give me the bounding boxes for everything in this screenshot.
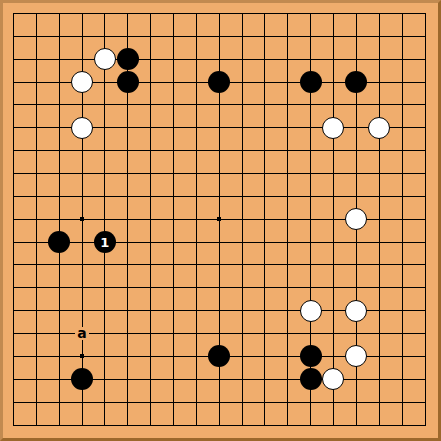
intersection-em[interactable]	[93, 276, 116, 299]
intersection-ep[interactable]	[93, 345, 116, 368]
intersection-lk[interactable]	[253, 231, 276, 254]
intersection-jm[interactable]	[208, 276, 231, 299]
intersection-jk[interactable]	[208, 231, 231, 254]
intersection-ee[interactable]	[93, 93, 116, 116]
intersection-nq[interactable]	[299, 368, 322, 391]
intersection-ne[interactable]	[299, 93, 322, 116]
intersection-sc[interactable]	[413, 48, 436, 71]
intersection-eg[interactable]	[93, 139, 116, 162]
intersection-ik[interactable]	[185, 231, 208, 254]
intersection-ha[interactable]	[162, 2, 185, 25]
intersection-qi[interactable]	[368, 185, 391, 208]
intersection-js[interactable]	[208, 413, 231, 436]
intersection-ab[interactable]	[2, 25, 25, 48]
intersection-fp[interactable]	[116, 345, 139, 368]
intersection-ii[interactable]	[185, 185, 208, 208]
intersection-bj[interactable]	[25, 208, 48, 231]
intersection-cn[interactable]	[48, 299, 71, 322]
intersection-mh[interactable]	[276, 162, 299, 185]
intersection-bi[interactable]	[25, 185, 48, 208]
intersection-nm[interactable]	[299, 276, 322, 299]
intersection-oa[interactable]	[322, 2, 345, 25]
intersection-gg[interactable]	[139, 139, 162, 162]
intersection-bk[interactable]	[25, 231, 48, 254]
intersection-qg[interactable]	[368, 139, 391, 162]
intersection-rs[interactable]	[391, 413, 414, 436]
intersection-al[interactable]	[2, 253, 25, 276]
intersection-ae[interactable]	[2, 93, 25, 116]
intersection-sp[interactable]	[413, 345, 436, 368]
intersection-sl[interactable]	[413, 253, 436, 276]
intersection-gb[interactable]	[139, 25, 162, 48]
intersection-qn[interactable]	[368, 299, 391, 322]
intersection-ig[interactable]	[185, 139, 208, 162]
intersection-kf[interactable]	[231, 116, 254, 139]
intersection-rf[interactable]	[391, 116, 414, 139]
intersection-da[interactable]	[71, 2, 94, 25]
intersection-cq[interactable]	[48, 368, 71, 391]
intersection-om[interactable]	[322, 276, 345, 299]
intersection-gn[interactable]	[139, 299, 162, 322]
intersection-kj[interactable]	[231, 208, 254, 231]
intersection-nd[interactable]	[299, 71, 322, 94]
intersection-sa[interactable]	[413, 2, 436, 25]
intersection-qa[interactable]	[368, 2, 391, 25]
intersection-eh[interactable]	[93, 162, 116, 185]
intersection-hh[interactable]	[162, 162, 185, 185]
intersection-kc[interactable]	[231, 48, 254, 71]
intersection-fn[interactable]	[116, 299, 139, 322]
intersection-gq[interactable]	[139, 368, 162, 391]
intersection-fl[interactable]	[116, 253, 139, 276]
intersection-be[interactable]	[25, 93, 48, 116]
intersection-hq[interactable]	[162, 368, 185, 391]
intersection-nr[interactable]	[299, 391, 322, 414]
intersection-db[interactable]	[71, 25, 94, 48]
intersection-mj[interactable]	[276, 208, 299, 231]
intersection-kl[interactable]	[231, 253, 254, 276]
intersection-nn[interactable]	[299, 299, 322, 322]
intersection-lh[interactable]	[253, 162, 276, 185]
intersection-er[interactable]	[93, 391, 116, 414]
intersection-ip[interactable]	[185, 345, 208, 368]
intersection-ai[interactable]	[2, 185, 25, 208]
intersection-ng[interactable]	[299, 139, 322, 162]
intersection-ar[interactable]	[2, 391, 25, 414]
intersection-cm[interactable]	[48, 276, 71, 299]
intersection-ec[interactable]	[93, 48, 116, 71]
intersection-ac[interactable]	[2, 48, 25, 71]
intersection-hf[interactable]	[162, 116, 185, 139]
intersection-dl[interactable]	[71, 253, 94, 276]
intersection-eq[interactable]	[93, 368, 116, 391]
intersection-ls[interactable]	[253, 413, 276, 436]
intersection-jj[interactable]	[208, 208, 231, 231]
intersection-cp[interactable]	[48, 345, 71, 368]
intersection-ia[interactable]	[185, 2, 208, 25]
intersection-ea[interactable]	[93, 2, 116, 25]
intersection-je[interactable]	[208, 93, 231, 116]
intersection-eo[interactable]	[93, 322, 116, 345]
intersection-qs[interactable]	[368, 413, 391, 436]
intersection-hg[interactable]	[162, 139, 185, 162]
intersection-lc[interactable]	[253, 48, 276, 71]
intersection-fr[interactable]	[116, 391, 139, 414]
intersection-aj[interactable]	[2, 208, 25, 231]
intersection-sk[interactable]	[413, 231, 436, 254]
intersection-id[interactable]	[185, 71, 208, 94]
intersection-np[interactable]	[299, 345, 322, 368]
intersection-fq[interactable]	[116, 368, 139, 391]
intersection-ie[interactable]	[185, 93, 208, 116]
intersection-cl[interactable]	[48, 253, 71, 276]
intersection-oo[interactable]	[322, 322, 345, 345]
intersection-qf[interactable]	[368, 116, 391, 139]
intersection-lg[interactable]	[253, 139, 276, 162]
intersection-ss[interactable]	[413, 413, 436, 436]
intersection-sj[interactable]	[413, 208, 436, 231]
intersection-ch[interactable]	[48, 162, 71, 185]
intersection-fi[interactable]	[116, 185, 139, 208]
intersection-jc[interactable]	[208, 48, 231, 71]
intersection-oi[interactable]	[322, 185, 345, 208]
intersection-qr[interactable]	[368, 391, 391, 414]
intersection-bd[interactable]	[25, 71, 48, 94]
intersection-bp[interactable]	[25, 345, 48, 368]
intersection-ih[interactable]	[185, 162, 208, 185]
intersection-ag[interactable]	[2, 139, 25, 162]
intersection-rc[interactable]	[391, 48, 414, 71]
intersection-jr[interactable]	[208, 391, 231, 414]
intersection-kp[interactable]	[231, 345, 254, 368]
intersection-mg[interactable]	[276, 139, 299, 162]
intersection-jf[interactable]	[208, 116, 231, 139]
intersection-ji[interactable]	[208, 185, 231, 208]
intersection-dp[interactable]	[71, 345, 94, 368]
intersection-il[interactable]	[185, 253, 208, 276]
intersection-ql[interactable]	[368, 253, 391, 276]
intersection-rp[interactable]	[391, 345, 414, 368]
intersection-bm[interactable]	[25, 276, 48, 299]
intersection-ff[interactable]	[116, 116, 139, 139]
intersection-en[interactable]	[93, 299, 116, 322]
intersection-qh[interactable]	[368, 162, 391, 185]
intersection-lq[interactable]	[253, 368, 276, 391]
intersection-jp[interactable]	[208, 345, 231, 368]
intersection-kk[interactable]	[231, 231, 254, 254]
intersection-li[interactable]	[253, 185, 276, 208]
intersection-kg[interactable]	[231, 139, 254, 162]
intersection-ko[interactable]	[231, 322, 254, 345]
intersection-hr[interactable]	[162, 391, 185, 414]
intersection-ao[interactable]	[2, 322, 25, 345]
intersection-rj[interactable]	[391, 208, 414, 231]
intersection-hc[interactable]	[162, 48, 185, 71]
intersection-ap[interactable]	[2, 345, 25, 368]
intersection-di[interactable]	[71, 185, 94, 208]
intersection-pg[interactable]	[345, 139, 368, 162]
intersection-bc[interactable]	[25, 48, 48, 71]
intersection-pp[interactable]	[345, 345, 368, 368]
intersection-gk[interactable]	[139, 231, 162, 254]
intersection-ef[interactable]	[93, 116, 116, 139]
intersection-nj[interactable]	[299, 208, 322, 231]
intersection-ca[interactable]	[48, 2, 71, 25]
intersection-ks[interactable]	[231, 413, 254, 436]
intersection-ib[interactable]	[185, 25, 208, 48]
intersection-hn[interactable]	[162, 299, 185, 322]
intersection-ph[interactable]	[345, 162, 368, 185]
intersection-pa[interactable]	[345, 2, 368, 25]
intersection-pe[interactable]	[345, 93, 368, 116]
intersection-jb[interactable]	[208, 25, 231, 48]
intersection-re[interactable]	[391, 93, 414, 116]
intersection-ro[interactable]	[391, 322, 414, 345]
intersection-ej[interactable]	[93, 208, 116, 231]
intersection-rl[interactable]	[391, 253, 414, 276]
intersection-qk[interactable]	[368, 231, 391, 254]
intersection-fd[interactable]	[116, 71, 139, 94]
intersection-qj[interactable]	[368, 208, 391, 231]
intersection-ok[interactable]	[322, 231, 345, 254]
intersection-og[interactable]	[322, 139, 345, 162]
intersection-ge[interactable]	[139, 93, 162, 116]
intersection-cd[interactable]	[48, 71, 71, 94]
intersection-lr[interactable]	[253, 391, 276, 414]
intersection-lj[interactable]	[253, 208, 276, 231]
intersection-kh[interactable]	[231, 162, 254, 185]
intersection-oc[interactable]	[322, 48, 345, 71]
intersection-sn[interactable]	[413, 299, 436, 322]
intersection-bs[interactable]	[25, 413, 48, 436]
intersection-ba[interactable]	[25, 2, 48, 25]
intersection-pf[interactable]	[345, 116, 368, 139]
intersection-ra[interactable]	[391, 2, 414, 25]
intersection-ri[interactable]	[391, 185, 414, 208]
intersection-df[interactable]	[71, 116, 94, 139]
intersection-oq[interactable]	[322, 368, 345, 391]
intersection-hs[interactable]	[162, 413, 185, 436]
intersection-ad[interactable]	[2, 71, 25, 94]
intersection-dj[interactable]	[71, 208, 94, 231]
intersection-af[interactable]	[2, 116, 25, 139]
intersection-ms[interactable]	[276, 413, 299, 436]
intersection-hi[interactable]	[162, 185, 185, 208]
intersection-hj[interactable]	[162, 208, 185, 231]
intersection-co[interactable]	[48, 322, 71, 345]
intersection-qc[interactable]	[368, 48, 391, 71]
intersection-pj[interactable]	[345, 208, 368, 231]
intersection-ni[interactable]	[299, 185, 322, 208]
intersection-qq[interactable]	[368, 368, 391, 391]
intersection-pl[interactable]	[345, 253, 368, 276]
intersection-pm[interactable]	[345, 276, 368, 299]
intersection-qo[interactable]	[368, 322, 391, 345]
intersection-nc[interactable]	[299, 48, 322, 71]
intersection-ma[interactable]	[276, 2, 299, 25]
intersection-ns[interactable]	[299, 413, 322, 436]
intersection-es[interactable]	[93, 413, 116, 436]
intersection-fe[interactable]	[116, 93, 139, 116]
intersection-bl[interactable]	[25, 253, 48, 276]
intersection-mr[interactable]	[276, 391, 299, 414]
intersection-hk[interactable]	[162, 231, 185, 254]
intersection-aa[interactable]	[2, 2, 25, 25]
intersection-cs[interactable]	[48, 413, 71, 436]
intersection-as[interactable]	[2, 413, 25, 436]
intersection-pd[interactable]	[345, 71, 368, 94]
intersection-cc[interactable]	[48, 48, 71, 71]
intersection-sq[interactable]	[413, 368, 436, 391]
intersection-ci[interactable]	[48, 185, 71, 208]
intersection-mn[interactable]	[276, 299, 299, 322]
intersection-bo[interactable]	[25, 322, 48, 345]
intersection-ol[interactable]	[322, 253, 345, 276]
intersection-se[interactable]	[413, 93, 436, 116]
intersection-mf[interactable]	[276, 116, 299, 139]
intersection-fk[interactable]	[116, 231, 139, 254]
intersection-ds[interactable]	[71, 413, 94, 436]
intersection-im[interactable]	[185, 276, 208, 299]
intersection-ld[interactable]	[253, 71, 276, 94]
intersection-gi[interactable]	[139, 185, 162, 208]
intersection-kn[interactable]	[231, 299, 254, 322]
intersection-ed[interactable]	[93, 71, 116, 94]
intersection-pn[interactable]	[345, 299, 368, 322]
intersection-hl[interactable]	[162, 253, 185, 276]
intersection-ll[interactable]	[253, 253, 276, 276]
intersection-iq[interactable]	[185, 368, 208, 391]
intersection-sr[interactable]	[413, 391, 436, 414]
intersection-dg[interactable]	[71, 139, 94, 162]
intersection-rk[interactable]	[391, 231, 414, 254]
intersection-na[interactable]	[299, 2, 322, 25]
intersection-fs[interactable]	[116, 413, 139, 436]
intersection-ps[interactable]	[345, 413, 368, 436]
intersection-if[interactable]	[185, 116, 208, 139]
intersection-fj[interactable]	[116, 208, 139, 231]
intersection-rd[interactable]	[391, 71, 414, 94]
intersection-jg[interactable]	[208, 139, 231, 162]
intersection-bn[interactable]	[25, 299, 48, 322]
intersection-nl[interactable]	[299, 253, 322, 276]
intersection-fo[interactable]	[116, 322, 139, 345]
intersection-ke[interactable]	[231, 93, 254, 116]
intersection-sf[interactable]	[413, 116, 436, 139]
intersection-bg[interactable]	[25, 139, 48, 162]
intersection-ei[interactable]	[93, 185, 116, 208]
intersection-sd[interactable]	[413, 71, 436, 94]
intersection-jl[interactable]	[208, 253, 231, 276]
intersection-am[interactable]	[2, 276, 25, 299]
intersection-rh[interactable]	[391, 162, 414, 185]
intersection-jo[interactable]	[208, 322, 231, 345]
intersection-hp[interactable]	[162, 345, 185, 368]
intersection-od[interactable]	[322, 71, 345, 94]
intersection-md[interactable]	[276, 71, 299, 94]
intersection-cb[interactable]	[48, 25, 71, 48]
intersection-me[interactable]	[276, 93, 299, 116]
intersection-ek[interactable]: 1	[93, 231, 116, 254]
intersection-pr[interactable]	[345, 391, 368, 414]
intersection-bf[interactable]	[25, 116, 48, 139]
intersection-sh[interactable]	[413, 162, 436, 185]
intersection-ce[interactable]	[48, 93, 71, 116]
intersection-io[interactable]	[185, 322, 208, 345]
intersection-oh[interactable]	[322, 162, 345, 185]
intersection-kb[interactable]	[231, 25, 254, 48]
intersection-pk[interactable]	[345, 231, 368, 254]
intersection-nk[interactable]	[299, 231, 322, 254]
intersection-sm[interactable]	[413, 276, 436, 299]
intersection-mo[interactable]	[276, 322, 299, 345]
intersection-ak[interactable]	[2, 231, 25, 254]
intersection-hm[interactable]	[162, 276, 185, 299]
intersection-ln[interactable]	[253, 299, 276, 322]
intersection-pi[interactable]	[345, 185, 368, 208]
intersection-ck[interactable]	[48, 231, 71, 254]
intersection-cg[interactable]	[48, 139, 71, 162]
intersection-so[interactable]	[413, 322, 436, 345]
intersection-la[interactable]	[253, 2, 276, 25]
intersection-cf[interactable]	[48, 116, 71, 139]
intersection-cr[interactable]	[48, 391, 71, 414]
intersection-po[interactable]	[345, 322, 368, 345]
intersection-gf[interactable]	[139, 116, 162, 139]
intersection-jh[interactable]	[208, 162, 231, 185]
intersection-dn[interactable]	[71, 299, 94, 322]
intersection-rn[interactable]	[391, 299, 414, 322]
intersection-mi[interactable]	[276, 185, 299, 208]
intersection-dc[interactable]	[71, 48, 94, 71]
intersection-dh[interactable]	[71, 162, 94, 185]
intersection-fb[interactable]	[116, 25, 139, 48]
intersection-sg[interactable]	[413, 139, 436, 162]
intersection-os[interactable]	[322, 413, 345, 436]
intersection-el[interactable]	[93, 253, 116, 276]
intersection-is[interactable]	[185, 413, 208, 436]
intersection-eb[interactable]	[93, 25, 116, 48]
intersection-jn[interactable]	[208, 299, 231, 322]
intersection-mq[interactable]	[276, 368, 299, 391]
intersection-si[interactable]	[413, 185, 436, 208]
intersection-lb[interactable]	[253, 25, 276, 48]
intersection-fh[interactable]	[116, 162, 139, 185]
intersection-hd[interactable]	[162, 71, 185, 94]
intersection-gc[interactable]	[139, 48, 162, 71]
intersection-le[interactable]	[253, 93, 276, 116]
intersection-bq[interactable]	[25, 368, 48, 391]
intersection-gs[interactable]	[139, 413, 162, 436]
intersection-ah[interactable]	[2, 162, 25, 185]
intersection-mm[interactable]	[276, 276, 299, 299]
intersection-go[interactable]	[139, 322, 162, 345]
intersection-dq[interactable]	[71, 368, 94, 391]
intersection-nh[interactable]	[299, 162, 322, 185]
intersection-oj[interactable]	[322, 208, 345, 231]
intersection-pq[interactable]	[345, 368, 368, 391]
intersection-lm[interactable]	[253, 276, 276, 299]
intersection-of[interactable]	[322, 116, 345, 139]
intersection-nf[interactable]	[299, 116, 322, 139]
intersection-op[interactable]	[322, 345, 345, 368]
intersection-mp[interactable]	[276, 345, 299, 368]
intersection-ho[interactable]	[162, 322, 185, 345]
intersection-gl[interactable]	[139, 253, 162, 276]
intersection-rg[interactable]	[391, 139, 414, 162]
intersection-qb[interactable]	[368, 25, 391, 48]
intersection-gj[interactable]	[139, 208, 162, 231]
